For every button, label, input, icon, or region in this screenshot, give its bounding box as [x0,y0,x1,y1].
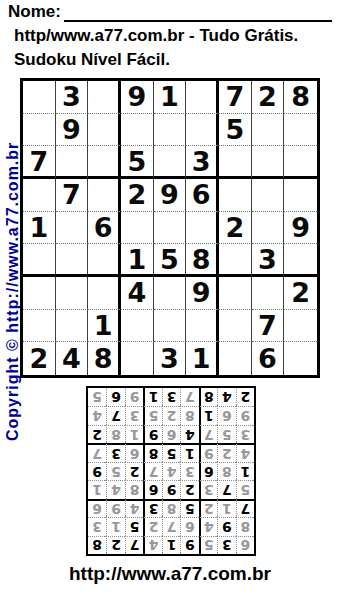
cell-r3c2[interactable] [56,146,89,179]
solution-cell-r7c5: 6 [162,425,180,443]
solution-cell-r7c7: 1 [125,425,143,443]
cell-r1c9: 8 [284,81,317,114]
cell-r1c1[interactable] [23,81,56,114]
cell-r2c6[interactable] [186,114,219,147]
solution-cell-r9c3: 8 [199,388,217,406]
cell-r4c7[interactable] [219,179,252,212]
cell-r3c5[interactable] [154,146,187,179]
cell-r6c5: 5 [154,244,187,277]
cell-r3c1: 7 [23,146,56,179]
solution-cell-r4c3: 3 [199,480,217,498]
solution-cell-r8c8: 7 [106,406,124,424]
solution-cell-r9c1: 2 [236,388,254,406]
cell-r1c7: 7 [219,81,252,114]
cell-r3c6: 3 [186,146,219,179]
cell-r2c1[interactable] [23,114,56,147]
solution-cell-r6c2: 2 [217,443,235,461]
cell-r6c3[interactable] [88,244,121,277]
solution-cell-r2c1: 8 [236,517,254,535]
solution-cell-r2c3: 4 [199,517,217,535]
solution-cell-r6c5: 5 [162,443,180,461]
cell-r2c7: 5 [219,114,252,147]
cell-r6c1[interactable] [23,244,56,277]
cell-r9c5: 3 [154,342,187,375]
solution-cell-r5c6: 7 [143,462,161,480]
solution-cell-r8c1: 9 [236,406,254,424]
cell-r7c3[interactable] [88,277,121,310]
cell-r1c2: 3 [56,81,89,114]
cell-r2c3[interactable] [88,114,121,147]
cell-r5c4[interactable] [121,212,154,245]
cell-r8c7[interactable] [219,310,252,343]
cell-r9c4[interactable] [121,342,154,375]
solution-cell-r1c1: 6 [236,536,254,554]
solution-cell-r3c1: 7 [236,499,254,517]
solution-cell-r9c5: 3 [162,388,180,406]
solution-cell-r4c2: 7 [217,480,235,498]
cell-r5c9: 9 [284,212,317,245]
solution-cell-r8c4: 8 [180,406,198,424]
cell-r4c1[interactable] [23,179,56,212]
solution-cell-r9c2: 4 [217,388,235,406]
solution-cell-r4c9: 1 [88,480,106,498]
solution-cell-r2c5: 7 [162,517,180,535]
solution-cell-r6c6: 8 [143,443,161,461]
cell-r2c5[interactable] [154,114,187,147]
site-tagline: http/www.a77.com.br - Tudo Grátis. [14,26,298,46]
solution-cell-r9c4: 7 [180,388,198,406]
cell-r6c9[interactable] [284,244,317,277]
solution-cell-r5c8: 5 [106,462,124,480]
cell-r3c7[interactable] [219,146,252,179]
solution-cell-r3c6: 3 [143,499,161,517]
solution-cell-r3c8: 9 [106,499,124,517]
cell-r4c5: 9 [154,179,187,212]
name-label: Nome: [8,2,61,22]
cell-r9c9[interactable] [284,342,317,375]
solution-cell-r9c6: 1 [143,388,161,406]
cell-r2c2: 9 [56,114,89,147]
solution-cell-r1c6: 4 [143,536,161,554]
solution-cell-r5c5: 4 [162,462,180,480]
solution-cell-r5c4: 3 [180,462,198,480]
cell-r5c8[interactable] [252,212,285,245]
cell-r3c9[interactable] [284,146,317,179]
cell-r8c9[interactable] [284,310,317,343]
solution-cell-r8c7: 3 [125,406,143,424]
cell-r9c8: 6 [252,342,285,375]
cell-r4c3[interactable] [88,179,121,212]
cell-r5c2[interactable] [56,212,89,245]
solution-cell-r1c2: 3 [217,536,235,554]
solution-cell-r6c8: 3 [106,443,124,461]
cell-r7c8[interactable] [252,277,285,310]
solution-cell-r7c4: 4 [180,425,198,443]
solution-cell-r6c9: 7 [88,443,106,461]
solution-cell-r2c9: 3 [88,517,106,535]
solution-cell-r8c3: 1 [199,406,217,424]
solution-cell-r3c5: 8 [162,499,180,517]
cell-r7c6: 9 [186,277,219,310]
cell-r8c1[interactable] [23,310,56,343]
solution-cell-r4c6: 6 [143,480,161,498]
solution-cell-r5c7: 2 [125,462,143,480]
cell-r7c5[interactable] [154,277,187,310]
solution-cell-r3c4: 5 [180,499,198,517]
solution-cell-r2c8: 1 [106,517,124,535]
solution-cell-r9c8: 6 [106,388,124,406]
cell-r8c6[interactable] [186,310,219,343]
solution-board-rotated: 6359147288946725137125834965732968411863… [86,386,256,556]
sudoku-worksheet-page: Nome: http/www.a77.com.br - Tudo Grátis.… [0,0,340,596]
cell-r9c3: 8 [88,342,121,375]
cell-r7c2[interactable] [56,277,89,310]
cell-r4c8[interactable] [252,179,285,212]
solution-cell-r5c2: 8 [217,462,235,480]
solution-cell-r6c4: 1 [180,443,198,461]
solution-cell-r7c3: 7 [199,425,217,443]
solution-cell-r9c7: 9 [125,388,143,406]
cell-r1c8: 2 [252,81,285,114]
cell-r7c9: 2 [284,277,317,310]
cell-r7c7[interactable] [219,277,252,310]
cell-r1c4: 9 [121,81,154,114]
solution-cell-r8c6: 5 [143,406,161,424]
cell-r6c6: 8 [186,244,219,277]
solution-cell-r5c3: 6 [199,462,217,480]
cell-r9c1: 2 [23,342,56,375]
cell-r6c4: 1 [121,244,154,277]
cell-r5c3: 6 [88,212,121,245]
cell-r5c5[interactable] [154,212,187,245]
solution-cell-r2c6: 2 [143,517,161,535]
name-field-line[interactable] [64,2,332,22]
solution-cell-r7c1: 3 [236,425,254,443]
solution-cell-r7c6: 9 [143,425,161,443]
footer-url: http://www.a77.com.br [0,563,340,585]
cell-r3c3[interactable] [88,146,121,179]
cell-r4c9[interactable] [284,179,317,212]
solution-cell-r7c2: 5 [217,425,235,443]
cell-r3c8[interactable] [252,146,285,179]
cell-r6c7[interactable] [219,244,252,277]
solution-cell-r6c1: 4 [236,443,254,461]
cell-r5c6[interactable] [186,212,219,245]
solution-cell-r3c3: 2 [199,499,217,517]
solution-cell-r4c1: 5 [236,480,254,498]
solution-cell-r3c7: 4 [125,499,143,517]
cell-r9c6: 1 [186,342,219,375]
solution-cell-r8c5: 2 [162,406,180,424]
cell-r1c3[interactable] [88,81,121,114]
cell-r8c5[interactable] [154,310,187,343]
solution-cell-r4c5: 9 [162,480,180,498]
cell-r2c4[interactable] [121,114,154,147]
cell-r3c4: 5 [121,146,154,179]
solution-cell-r5c9: 9 [88,462,106,480]
cell-r9c7[interactable] [219,342,252,375]
cell-r8c4[interactable] [121,310,154,343]
cell-r1c6[interactable] [186,81,219,114]
solution-cell-r3c9: 6 [88,499,106,517]
solution-cell-r2c2: 9 [217,517,235,535]
solution-cell-r1c8: 2 [106,536,124,554]
cell-r8c2[interactable] [56,310,89,343]
cell-r6c2[interactable] [56,244,89,277]
solution-cell-r7c9: 2 [88,425,106,443]
cell-r2c9[interactable] [284,114,317,147]
cell-r7c4: 4 [121,277,154,310]
cell-r4c6: 6 [186,179,219,212]
cell-r4c2: 7 [56,179,89,212]
solution-cell-r1c5: 1 [162,536,180,554]
solution-cell-r3c2: 1 [217,499,235,517]
solution-cell-r8c9: 4 [88,406,106,424]
cell-r5c1: 1 [23,212,56,245]
solution-cell-r6c3: 9 [199,443,217,461]
cell-r8c8: 7 [252,310,285,343]
solution-cell-r2c7: 5 [125,517,143,535]
solution-cell-r1c4: 9 [180,536,198,554]
solution-cell-r4c4: 2 [180,480,198,498]
solution-cell-r1c3: 5 [199,536,217,554]
cell-r1c5: 1 [154,81,187,114]
solution-cell-r9c9: 5 [88,388,106,406]
solution-cell-r4c7: 8 [125,480,143,498]
solution-cell-r5c1: 1 [236,462,254,480]
cell-r9c2: 4 [56,342,89,375]
solution-cell-r2c4: 6 [180,517,198,535]
cell-r2c8[interactable] [252,114,285,147]
puzzle-title: Sudoku Nível Fácil. [14,50,170,70]
cell-r5c7: 2 [219,212,252,245]
solution-cell-r4c8: 4 [106,480,124,498]
cell-r4c4: 2 [121,179,154,212]
solution-cell-r6c7: 6 [125,443,143,461]
cell-r6c8: 3 [252,244,285,277]
solution-cell-r1c7: 7 [125,536,143,554]
solution-cell-r1c9: 8 [88,536,106,554]
solution-cell-r7c8: 8 [106,425,124,443]
name-row: Nome: [8,2,332,22]
sudoku-board: 3917289575372961629158349217248316 [20,78,320,378]
solution-cell-r8c2: 6 [217,406,235,424]
cell-r7c1[interactable] [23,277,56,310]
cell-r8c3: 1 [88,310,121,343]
